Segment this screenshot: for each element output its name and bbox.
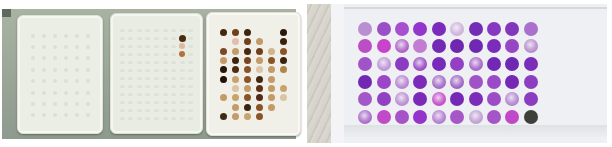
well — [232, 38, 239, 45]
well — [145, 85, 150, 88]
well — [137, 117, 142, 120]
well — [120, 69, 125, 72]
well — [64, 34, 68, 38]
well — [505, 57, 519, 71]
well — [154, 69, 159, 72]
well — [188, 53, 193, 56]
well — [75, 102, 79, 106]
well — [171, 69, 176, 72]
well — [505, 110, 519, 124]
well — [524, 75, 538, 89]
well — [120, 45, 125, 48]
well — [128, 109, 133, 112]
well — [137, 45, 142, 48]
well — [163, 109, 168, 112]
well — [42, 91, 46, 95]
well — [128, 69, 133, 72]
well — [31, 102, 35, 106]
well — [86, 56, 90, 60]
well — [487, 75, 501, 89]
well — [53, 79, 57, 83]
well — [505, 39, 519, 53]
well — [64, 91, 68, 95]
well — [31, 56, 35, 60]
well — [220, 76, 227, 83]
well — [180, 61, 185, 64]
well — [413, 22, 427, 36]
well — [145, 61, 150, 64]
well — [171, 61, 176, 64]
well — [469, 110, 483, 124]
well — [395, 57, 409, 71]
well — [145, 53, 150, 56]
well — [137, 61, 142, 64]
well — [137, 101, 142, 104]
well — [432, 39, 446, 53]
well — [413, 39, 427, 53]
well — [280, 48, 287, 55]
photo-corner-mark — [2, 9, 11, 17]
well — [244, 66, 251, 73]
well — [377, 22, 391, 36]
well — [188, 77, 193, 80]
well — [256, 113, 263, 120]
well — [42, 79, 46, 83]
well — [256, 66, 263, 73]
well — [268, 48, 275, 55]
well — [171, 101, 176, 104]
well — [86, 102, 90, 106]
well — [280, 29, 287, 36]
well — [31, 91, 35, 95]
well — [163, 37, 168, 40]
well — [487, 22, 501, 36]
well — [86, 113, 90, 117]
well — [31, 34, 35, 38]
well — [256, 104, 263, 111]
well — [244, 48, 251, 55]
well — [188, 69, 193, 72]
well — [377, 92, 391, 106]
well — [145, 69, 150, 72]
well — [432, 110, 446, 124]
well — [154, 45, 159, 48]
well — [154, 85, 159, 88]
well — [171, 37, 176, 40]
well — [358, 110, 372, 124]
plate-brown-spots — [206, 12, 301, 136]
well — [256, 85, 263, 92]
well — [31, 79, 35, 83]
well — [145, 93, 150, 96]
well — [145, 37, 150, 40]
well — [450, 57, 464, 71]
well — [469, 92, 483, 106]
well — [180, 29, 185, 32]
well — [42, 68, 46, 72]
well — [377, 110, 391, 124]
well — [232, 85, 239, 92]
well — [395, 110, 409, 124]
plate-left-seam — [331, 4, 344, 143]
well — [179, 35, 186, 42]
well — [137, 29, 142, 32]
well — [395, 39, 409, 53]
well — [505, 92, 519, 106]
well — [432, 22, 446, 36]
well — [450, 92, 464, 106]
well — [120, 93, 125, 96]
well — [53, 91, 57, 95]
well — [120, 37, 125, 40]
well — [469, 57, 483, 71]
well — [358, 57, 372, 71]
well-grid-brown — [217, 28, 289, 121]
well — [120, 29, 125, 32]
well — [188, 29, 193, 32]
well — [180, 117, 185, 120]
well — [154, 109, 159, 112]
well — [358, 92, 372, 106]
well — [268, 66, 275, 73]
well — [171, 45, 176, 48]
well — [53, 56, 57, 60]
well — [188, 61, 193, 64]
well — [268, 85, 275, 92]
well — [31, 45, 35, 49]
well — [256, 48, 263, 55]
well — [154, 93, 159, 96]
plate-bottom-edge — [344, 125, 607, 137]
well — [154, 29, 159, 32]
well — [524, 57, 538, 71]
well — [120, 109, 125, 112]
well — [171, 53, 176, 56]
well — [75, 34, 79, 38]
well — [145, 109, 150, 112]
well — [154, 53, 159, 56]
well — [64, 102, 68, 106]
well — [179, 51, 185, 57]
well — [232, 57, 239, 64]
well — [53, 45, 57, 49]
well-grid-purple — [356, 20, 540, 126]
well — [86, 68, 90, 72]
well — [86, 91, 90, 95]
well — [432, 75, 446, 89]
well — [450, 22, 464, 36]
well — [145, 45, 150, 48]
well — [128, 93, 133, 96]
well — [137, 93, 142, 96]
plate-blank — [17, 15, 103, 134]
well — [120, 85, 125, 88]
well — [377, 39, 391, 53]
well — [163, 69, 168, 72]
well — [280, 94, 287, 101]
well — [75, 56, 79, 60]
well — [120, 101, 125, 104]
well — [358, 75, 372, 89]
well — [280, 85, 287, 92]
well — [232, 104, 239, 111]
well — [171, 77, 176, 80]
well — [268, 94, 275, 101]
well — [188, 45, 193, 48]
well — [154, 37, 159, 40]
well — [244, 76, 251, 83]
well — [64, 56, 68, 60]
well — [505, 22, 519, 36]
well — [42, 113, 46, 117]
well — [154, 117, 159, 120]
well — [137, 37, 142, 40]
well — [505, 75, 519, 89]
well — [469, 75, 483, 89]
well — [163, 77, 168, 80]
figure-description: Two photographs of microtiter assay plat… — [0, 0, 1, 1]
well — [171, 29, 176, 32]
well-grid-blank — [27, 30, 93, 121]
well — [220, 66, 227, 73]
well — [188, 109, 193, 112]
well — [163, 45, 168, 48]
well — [256, 94, 263, 101]
well — [75, 113, 79, 117]
well — [268, 57, 275, 64]
well — [42, 45, 46, 49]
well — [256, 38, 263, 45]
well — [188, 101, 193, 104]
well — [256, 76, 263, 83]
well — [268, 104, 275, 111]
well — [86, 34, 90, 38]
well — [53, 102, 57, 106]
well — [145, 101, 150, 104]
well — [256, 57, 263, 64]
well — [64, 113, 68, 117]
well — [413, 110, 427, 124]
well — [180, 101, 185, 104]
well — [469, 22, 483, 36]
photo-left-three-plates — [2, 9, 296, 139]
well — [395, 22, 409, 36]
well — [128, 85, 133, 88]
well — [232, 29, 239, 36]
well — [128, 45, 133, 48]
well — [188, 117, 193, 120]
well — [75, 91, 79, 95]
well — [487, 57, 501, 71]
well — [358, 22, 372, 36]
well — [220, 113, 227, 120]
well — [179, 43, 185, 49]
well — [180, 77, 185, 80]
well — [145, 77, 150, 80]
well — [31, 113, 35, 117]
well — [163, 29, 168, 32]
well — [524, 22, 538, 36]
well — [128, 77, 133, 80]
well — [413, 57, 427, 71]
well — [163, 61, 168, 64]
well — [137, 53, 142, 56]
well — [395, 75, 409, 89]
well — [75, 68, 79, 72]
well — [171, 85, 176, 88]
figure: Two photographs of microtiter assay plat… — [0, 0, 612, 147]
well — [487, 39, 501, 53]
well — [86, 45, 90, 49]
well — [244, 38, 251, 45]
well — [524, 110, 538, 124]
well — [432, 57, 446, 71]
well — [188, 37, 193, 40]
well — [128, 29, 133, 32]
well — [42, 34, 46, 38]
well — [128, 61, 133, 64]
well — [163, 85, 168, 88]
well — [75, 79, 79, 83]
well — [171, 117, 176, 120]
well — [154, 61, 159, 64]
well — [128, 101, 133, 104]
well — [64, 45, 68, 49]
bench-strip — [307, 4, 331, 143]
well — [145, 29, 150, 32]
well — [120, 61, 125, 64]
well — [137, 109, 142, 112]
well — [154, 77, 159, 80]
plate-top-edge — [344, 7, 607, 9]
well — [232, 48, 239, 55]
well — [358, 39, 372, 53]
well — [487, 92, 501, 106]
well-grid-faint — [118, 26, 195, 123]
well — [188, 93, 193, 96]
well — [244, 29, 251, 36]
well — [120, 117, 125, 120]
well — [180, 109, 185, 112]
well — [180, 85, 185, 88]
well — [163, 117, 168, 120]
well — [171, 109, 176, 112]
well — [154, 101, 159, 104]
well — [145, 117, 150, 120]
well — [413, 75, 427, 89]
well — [120, 53, 125, 56]
well — [120, 77, 125, 80]
well — [244, 57, 251, 64]
well — [137, 85, 142, 88]
well — [280, 38, 287, 45]
well — [220, 29, 227, 36]
well — [163, 53, 168, 56]
well — [42, 102, 46, 106]
well — [64, 68, 68, 72]
well — [128, 37, 133, 40]
well — [469, 39, 483, 53]
well — [42, 56, 46, 60]
well — [244, 104, 251, 111]
well — [64, 79, 68, 83]
well — [163, 101, 168, 104]
well — [450, 110, 464, 124]
well — [137, 77, 142, 80]
well — [53, 34, 57, 38]
well — [180, 93, 185, 96]
well — [188, 85, 193, 88]
well — [137, 69, 142, 72]
well — [128, 117, 133, 120]
well — [244, 113, 251, 120]
well — [487, 110, 501, 124]
well — [232, 76, 239, 83]
well — [413, 92, 427, 106]
plate-faint-with-spots — [110, 13, 203, 134]
well — [53, 113, 57, 117]
well — [220, 57, 227, 64]
well — [524, 39, 538, 53]
well — [395, 92, 409, 106]
well — [163, 93, 168, 96]
well — [280, 57, 287, 64]
well — [180, 69, 185, 72]
well — [128, 53, 133, 56]
well — [244, 94, 251, 101]
well — [244, 85, 251, 92]
well — [450, 39, 464, 53]
well — [75, 45, 79, 49]
well — [31, 68, 35, 72]
well — [377, 57, 391, 71]
well — [220, 48, 227, 55]
well — [171, 93, 176, 96]
well — [450, 75, 464, 89]
well — [53, 68, 57, 72]
well — [524, 92, 538, 106]
well — [220, 94, 227, 101]
well — [232, 66, 239, 73]
well — [432, 92, 446, 106]
well — [268, 76, 275, 83]
well — [86, 79, 90, 83]
well — [232, 94, 239, 101]
well — [232, 113, 239, 120]
photo-purple-plate — [307, 4, 607, 143]
well — [280, 66, 287, 73]
well — [377, 75, 391, 89]
